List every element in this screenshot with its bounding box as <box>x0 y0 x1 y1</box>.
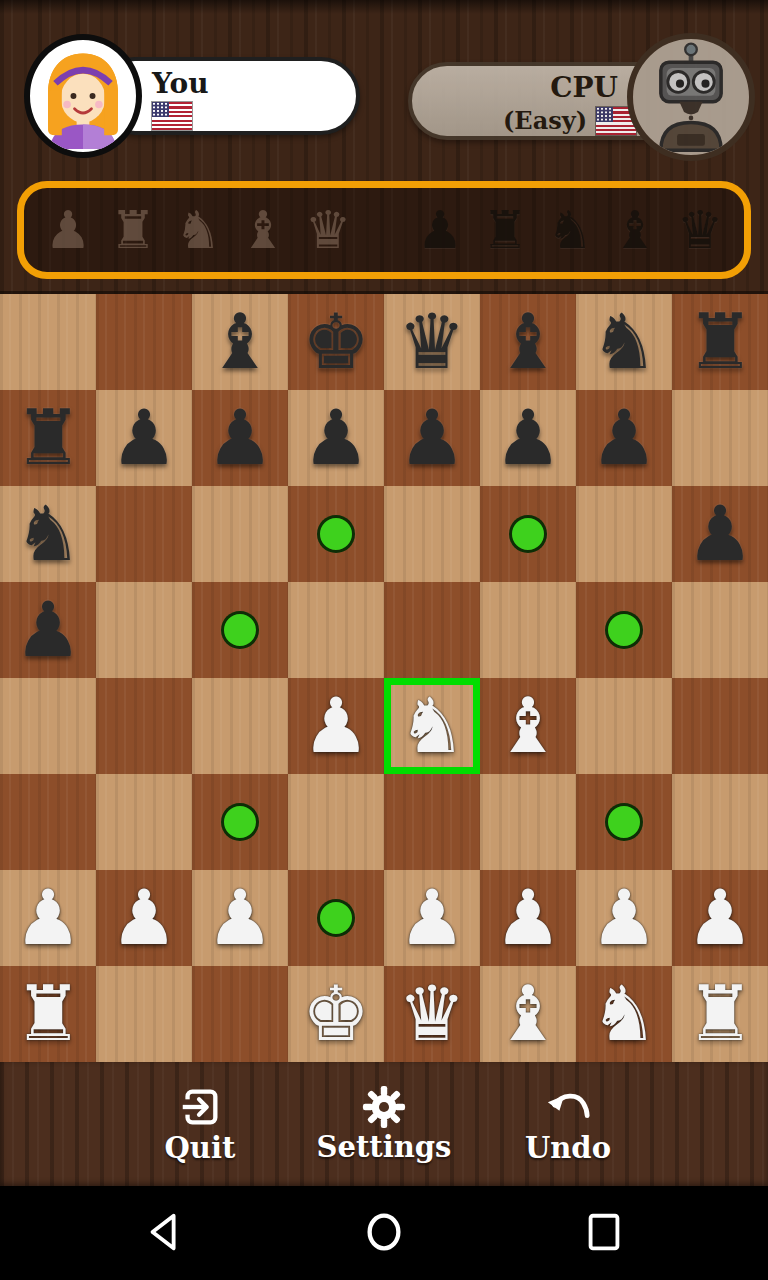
square-h7[interactable] <box>672 390 768 486</box>
piece-white-bishop: ♝ <box>480 678 576 774</box>
square-b2[interactable]: ♟ <box>96 870 192 966</box>
piece-black-bishop: ♝ <box>480 294 576 390</box>
square-h6[interactable]: ♟ <box>672 486 768 582</box>
square-a5[interactable]: ♟ <box>0 582 96 678</box>
square-e7[interactable]: ♟ <box>384 390 480 486</box>
gear-icon <box>362 1085 406 1129</box>
square-a2[interactable]: ♟ <box>0 870 96 966</box>
player-cpu-subline: (Easy) <box>503 106 636 135</box>
square-d5[interactable] <box>288 582 384 678</box>
captured-white-group: ♟♜♞♝♛ <box>40 190 356 270</box>
square-a6[interactable]: ♞ <box>0 486 96 582</box>
square-h4[interactable] <box>672 678 768 774</box>
move-hint-dot <box>509 515 547 553</box>
square-c5[interactable] <box>192 582 288 678</box>
square-g8[interactable]: ♞ <box>576 294 672 390</box>
square-d6[interactable] <box>288 486 384 582</box>
piece-black-king: ♚ <box>288 294 384 390</box>
square-b7[interactable]: ♟ <box>96 390 192 486</box>
move-hint-dot <box>317 899 355 937</box>
square-b1[interactable] <box>96 966 192 1062</box>
square-a4[interactable] <box>0 678 96 774</box>
square-h2[interactable]: ♟ <box>672 870 768 966</box>
square-e2[interactable]: ♟ <box>384 870 480 966</box>
cpu-difficulty: (Easy) <box>503 106 587 135</box>
square-a8[interactable] <box>0 294 96 390</box>
piece-black-pawn: ♟ <box>288 390 384 486</box>
square-f4[interactable]: ♝ <box>480 678 576 774</box>
square-h8[interactable]: ♜ <box>672 294 768 390</box>
piece-white-rook: ♜ <box>672 966 768 1062</box>
piece-black-pawn: ♟ <box>0 582 96 678</box>
square-f5[interactable] <box>480 582 576 678</box>
move-hint-dot <box>317 515 355 553</box>
square-b5[interactable] <box>96 582 192 678</box>
square-a3[interactable] <box>0 774 96 870</box>
piece-black-queen: ♛ <box>384 294 480 390</box>
chess-app-screen: You CPU (Easy) <box>0 0 768 1280</box>
square-g3[interactable] <box>576 774 672 870</box>
android-navbar <box>0 1186 768 1280</box>
square-g2[interactable]: ♟ <box>576 870 672 966</box>
move-hint-dot <box>221 803 259 841</box>
exit-icon <box>177 1084 223 1130</box>
square-d3[interactable] <box>288 774 384 870</box>
settings-button[interactable]: Settings <box>314 1062 454 1186</box>
square-f2[interactable]: ♟ <box>480 870 576 966</box>
square-g6[interactable] <box>576 486 672 582</box>
us-flag-icon <box>152 102 192 130</box>
square-c8[interactable]: ♝ <box>192 294 288 390</box>
square-d4[interactable]: ♟ <box>288 678 384 774</box>
status-bar-shade <box>0 0 768 14</box>
piece-black-pawn: ♟ <box>480 390 576 486</box>
piece-white-pawn: ♟ <box>576 870 672 966</box>
tray-slot-white-queen-icon: ♛ <box>300 190 356 270</box>
square-g7[interactable]: ♟ <box>576 390 672 486</box>
square-e3[interactable] <box>384 774 480 870</box>
piece-white-pawn: ♟ <box>384 870 480 966</box>
tray-slot-white-knight-icon: ♞ <box>170 190 226 270</box>
piece-white-pawn: ♟ <box>192 870 288 966</box>
piece-black-pawn: ♟ <box>192 390 288 486</box>
captured-pieces-tray: ♟♜♞♝♛ ♟♜♞♝♛ <box>17 181 751 279</box>
square-b6[interactable] <box>96 486 192 582</box>
girl-avatar <box>24 34 142 158</box>
piece-black-pawn: ♟ <box>384 390 480 486</box>
undo-label: Undo <box>525 1131 611 1165</box>
piece-black-pawn: ♟ <box>96 390 192 486</box>
piece-white-pawn: ♟ <box>96 870 192 966</box>
square-c6[interactable] <box>192 486 288 582</box>
square-f1[interactable]: ♝ <box>480 966 576 1062</box>
square-b4[interactable] <box>96 678 192 774</box>
piece-white-king: ♚ <box>288 966 384 1062</box>
square-e1[interactable]: ♛ <box>384 966 480 1062</box>
piece-white-bishop: ♝ <box>480 966 576 1062</box>
quit-button[interactable]: Quit <box>130 1062 270 1186</box>
bottom-toolbar: Quit Settings Undo <box>0 1062 768 1186</box>
square-e6[interactable] <box>384 486 480 582</box>
player-cpu-name: CPU <box>550 71 618 104</box>
quit-label: Quit <box>165 1131 236 1165</box>
tray-slot-white-pawn-icon: ♟ <box>40 190 96 270</box>
tray-slot-white-rook-icon: ♜ <box>105 190 161 270</box>
tray-slot-black-bishop-icon: ♝ <box>607 190 663 270</box>
square-c7[interactable]: ♟ <box>192 390 288 486</box>
piece-white-pawn: ♟ <box>0 870 96 966</box>
piece-black-knight: ♞ <box>0 486 96 582</box>
back-icon <box>142 1209 188 1255</box>
square-d1[interactable]: ♚ <box>288 966 384 1062</box>
back-button[interactable] <box>142 1209 188 1255</box>
tray-slot-black-knight-icon: ♞ <box>542 190 598 270</box>
piece-white-pawn: ♟ <box>672 870 768 966</box>
piece-black-pawn: ♟ <box>576 390 672 486</box>
home-button[interactable] <box>361 1209 407 1255</box>
piece-black-bishop: ♝ <box>192 294 288 390</box>
piece-white-pawn: ♟ <box>288 678 384 774</box>
captured-black-group: ♟♜♞♝♛ <box>412 190 728 270</box>
square-f3[interactable] <box>480 774 576 870</box>
square-d8[interactable]: ♚ <box>288 294 384 390</box>
square-g1[interactable]: ♞ <box>576 966 672 1062</box>
piece-black-rook: ♜ <box>672 294 768 390</box>
tray-slot-white-bishop-icon: ♝ <box>235 190 291 270</box>
square-c4[interactable] <box>192 678 288 774</box>
piece-black-knight: ♞ <box>576 294 672 390</box>
square-e5[interactable] <box>384 582 480 678</box>
chess-board: ♝♚♛♝♞♜♜♟♟♟♟♟♟♞♟♟♟♞♝♟♟♟♟♟♟♟♜♚♛♝♞♜ <box>0 294 768 1062</box>
settings-label: Settings <box>317 1130 452 1164</box>
undo-arrow-icon <box>545 1084 591 1130</box>
home-icon <box>361 1209 407 1255</box>
square-e8[interactable]: ♛ <box>384 294 480 390</box>
move-hint-dot <box>221 611 259 649</box>
tray-slot-black-pawn-icon: ♟ <box>412 190 468 270</box>
square-f6[interactable] <box>480 486 576 582</box>
square-d2[interactable] <box>288 870 384 966</box>
move-hint-dot <box>605 611 643 649</box>
move-hint-dot <box>605 803 643 841</box>
recents-button[interactable] <box>581 1209 627 1255</box>
square-a7[interactable]: ♜ <box>0 390 96 486</box>
square-h1[interactable]: ♜ <box>672 966 768 1062</box>
robot-avatar <box>627 33 755 161</box>
undo-button[interactable]: Undo <box>498 1062 638 1186</box>
square-g5[interactable] <box>576 582 672 678</box>
square-h5[interactable] <box>672 582 768 678</box>
player-you-name: You <box>152 67 209 100</box>
piece-white-rook: ♜ <box>0 966 96 1062</box>
square-g4[interactable] <box>576 678 672 774</box>
square-f8[interactable]: ♝ <box>480 294 576 390</box>
piece-white-knight: ♞ <box>384 678 480 774</box>
square-a1[interactable]: ♜ <box>0 966 96 1062</box>
piece-white-pawn: ♟ <box>480 870 576 966</box>
square-b3[interactable] <box>96 774 192 870</box>
square-f7[interactable]: ♟ <box>480 390 576 486</box>
square-d7[interactable]: ♟ <box>288 390 384 486</box>
square-h3[interactable] <box>672 774 768 870</box>
square-c3[interactable] <box>192 774 288 870</box>
tray-slot-black-rook-icon: ♜ <box>477 190 533 270</box>
piece-black-rook: ♜ <box>0 390 96 486</box>
square-c2[interactable]: ♟ <box>192 870 288 966</box>
square-e4[interactable]: ♞ <box>384 678 480 774</box>
piece-white-queen: ♛ <box>384 966 480 1062</box>
piece-white-knight: ♞ <box>576 966 672 1062</box>
tray-slot-black-queen-icon: ♛ <box>672 190 728 270</box>
square-b8[interactable] <box>96 294 192 390</box>
square-c1[interactable] <box>192 966 288 1062</box>
recents-icon <box>581 1209 627 1255</box>
piece-black-pawn: ♟ <box>672 486 768 582</box>
